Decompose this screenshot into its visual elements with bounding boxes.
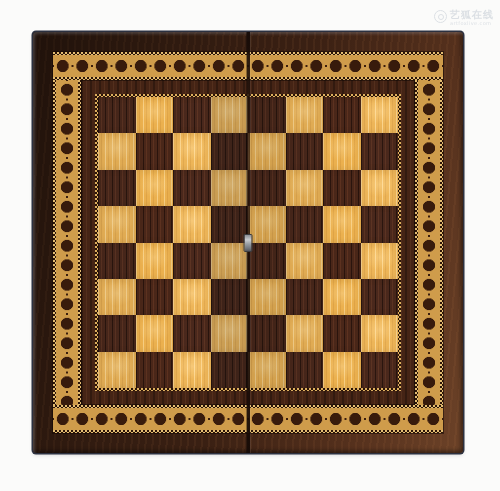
square-d2 (211, 315, 249, 351)
square-g8 (323, 97, 361, 133)
inlay-band-left (53, 80, 81, 405)
square-c8 (173, 97, 211, 133)
center-hinge-icon (244, 234, 253, 252)
square-a8 (98, 97, 136, 133)
square-e8 (248, 97, 286, 133)
square-b3 (136, 279, 174, 315)
square-c6 (173, 170, 211, 206)
square-a5 (98, 206, 136, 242)
watermark-subtext: artfoxlive.com (450, 21, 494, 26)
square-b1 (136, 352, 174, 388)
inlay-band-right (415, 80, 443, 405)
square-e6 (248, 170, 286, 206)
square-g7 (323, 133, 361, 169)
square-h5 (361, 206, 399, 242)
square-g3 (323, 279, 361, 315)
square-h4 (361, 243, 399, 279)
square-g6 (323, 170, 361, 206)
square-d3 (211, 279, 249, 315)
square-d4 (211, 243, 249, 279)
square-f4 (286, 243, 324, 279)
square-f1 (286, 352, 324, 388)
square-g4 (323, 243, 361, 279)
square-c7 (173, 133, 211, 169)
square-d1 (211, 352, 249, 388)
square-g5 (323, 206, 361, 242)
square-d8 (211, 97, 249, 133)
watermark-circle-logo-icon (434, 10, 447, 23)
square-c2 (173, 315, 211, 351)
square-a7 (98, 133, 136, 169)
square-e5 (248, 206, 286, 242)
watermark-text: 艺狐在线 (450, 10, 494, 20)
square-c4 (173, 243, 211, 279)
square-c3 (173, 279, 211, 315)
square-f3 (286, 279, 324, 315)
square-c1 (173, 352, 211, 388)
square-g1 (323, 352, 361, 388)
square-f7 (286, 133, 324, 169)
square-h2 (361, 315, 399, 351)
square-h8 (361, 97, 399, 133)
square-b4 (136, 243, 174, 279)
photo-canvas: 艺狐在线 artfoxlive.com (0, 0, 500, 491)
square-f2 (286, 315, 324, 351)
square-g2 (323, 315, 361, 351)
square-e1 (248, 352, 286, 388)
square-f8 (286, 97, 324, 133)
square-a1 (98, 352, 136, 388)
square-d7 (211, 133, 249, 169)
square-h1 (361, 352, 399, 388)
square-h3 (361, 279, 399, 315)
square-d6 (211, 170, 249, 206)
square-d5 (211, 206, 249, 242)
square-a3 (98, 279, 136, 315)
square-b5 (136, 206, 174, 242)
square-a2 (98, 315, 136, 351)
square-b6 (136, 170, 174, 206)
watermark: 艺狐在线 artfoxlive.com (434, 10, 494, 26)
square-e2 (248, 315, 286, 351)
square-f6 (286, 170, 324, 206)
square-c5 (173, 206, 211, 242)
square-b8 (136, 97, 174, 133)
square-h6 (361, 170, 399, 206)
square-e4 (248, 243, 286, 279)
square-b2 (136, 315, 174, 351)
square-f5 (286, 206, 324, 242)
square-a6 (98, 170, 136, 206)
square-b7 (136, 133, 174, 169)
square-e7 (248, 133, 286, 169)
square-h7 (361, 133, 399, 169)
square-a4 (98, 243, 136, 279)
chessboard (33, 32, 463, 453)
square-e3 (248, 279, 286, 315)
